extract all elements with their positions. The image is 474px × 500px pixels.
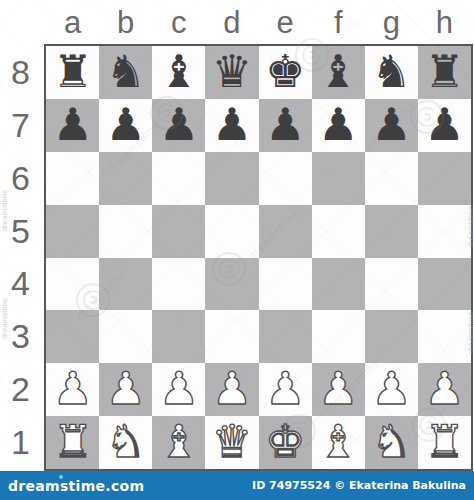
square-d6 xyxy=(205,152,258,205)
file-label-h: h xyxy=(418,2,471,44)
square-h8: ♜ xyxy=(418,46,471,99)
rank-labels: 87654321 xyxy=(0,46,41,469)
square-b1: ♞ xyxy=(99,416,152,469)
square-h5 xyxy=(418,205,471,258)
square-b4 xyxy=(99,258,152,311)
white-pawn: ♟ xyxy=(52,366,92,411)
file-labels: abcdefgh xyxy=(46,2,471,42)
white-bishop: ♝ xyxy=(318,419,358,464)
white-pawn: ♟ xyxy=(106,366,146,411)
square-g3 xyxy=(365,310,418,363)
square-d5 xyxy=(205,205,258,258)
board: ♜♞♝♛♚♝♞♜♟♟♟♟♟♟♟♟♟♟♟♟♟♟♟♟♜♞♝♛♚♝♞♜ xyxy=(44,44,473,471)
square-g5 xyxy=(365,205,418,258)
rank-label-6: 6 xyxy=(0,152,41,205)
white-pawn: ♟ xyxy=(159,366,199,411)
white-knight: ♞ xyxy=(106,419,146,464)
square-f5 xyxy=(312,205,365,258)
square-h4 xyxy=(418,258,471,311)
square-e3 xyxy=(259,310,312,363)
square-a6 xyxy=(46,152,99,205)
square-d2: ♟ xyxy=(205,363,258,416)
square-g8: ♞ xyxy=(365,46,418,99)
white-rook: ♜ xyxy=(424,419,464,464)
square-e8: ♚ xyxy=(259,46,312,99)
square-f2: ♟ xyxy=(312,363,365,416)
square-a2: ♟ xyxy=(46,363,99,416)
square-h2: ♟ xyxy=(418,363,471,416)
white-pawn: ♟ xyxy=(265,366,305,411)
dreamstime-logo-text: dreamstime.com xyxy=(8,478,144,494)
white-rook: ♜ xyxy=(52,419,92,464)
file-label-g: g xyxy=(365,2,418,44)
black-pawn: ♟ xyxy=(106,102,146,147)
square-c7: ♟ xyxy=(152,99,205,152)
black-pawn: ♟ xyxy=(424,102,464,147)
file-label-c: c xyxy=(152,2,205,44)
square-c4 xyxy=(152,258,205,311)
white-queen: ♛ xyxy=(212,419,252,464)
rank-label-8: 8 xyxy=(0,46,41,99)
square-b7: ♟ xyxy=(99,99,152,152)
white-pawn: ♟ xyxy=(212,366,252,411)
square-c5 xyxy=(152,205,205,258)
square-f6 xyxy=(312,152,365,205)
square-c1: ♝ xyxy=(152,416,205,469)
file-label-b: b xyxy=(99,2,152,44)
white-bishop: ♝ xyxy=(159,419,199,464)
image-credit: ID 74975524 © Ekaterina Bakulina xyxy=(252,479,466,492)
black-pawn: ♟ xyxy=(265,102,305,147)
black-knight: ♞ xyxy=(106,49,146,94)
square-d4 xyxy=(205,258,258,311)
white-pawn: ♟ xyxy=(318,366,358,411)
white-pawn: ♟ xyxy=(424,366,464,411)
black-pawn: ♟ xyxy=(159,102,199,147)
square-d8: ♛ xyxy=(205,46,258,99)
rank-label-1: 1 xyxy=(0,416,41,469)
square-c3 xyxy=(152,310,205,363)
file-label-e: e xyxy=(259,2,312,44)
square-g7: ♟ xyxy=(365,99,418,152)
logo-dot-icon xyxy=(59,475,63,479)
square-b6 xyxy=(99,152,152,205)
square-g4 xyxy=(365,258,418,311)
square-c6 xyxy=(152,152,205,205)
square-f1: ♝ xyxy=(312,416,365,469)
square-a1: ♜ xyxy=(46,416,99,469)
square-c2: ♟ xyxy=(152,363,205,416)
square-e6 xyxy=(259,152,312,205)
square-e4 xyxy=(259,258,312,311)
rank-label-2: 2 xyxy=(0,363,41,416)
rank-label-4: 4 xyxy=(0,258,41,311)
square-a4 xyxy=(46,258,99,311)
square-a8: ♜ xyxy=(46,46,99,99)
square-f7: ♟ xyxy=(312,99,365,152)
square-h6 xyxy=(418,152,471,205)
black-knight: ♞ xyxy=(371,49,411,94)
file-label-a: a xyxy=(46,2,99,44)
square-b5 xyxy=(99,205,152,258)
square-b3 xyxy=(99,310,152,363)
square-f4 xyxy=(312,258,365,311)
rank-label-5: 5 xyxy=(0,205,41,258)
square-g1: ♞ xyxy=(365,416,418,469)
square-b8: ♞ xyxy=(99,46,152,99)
square-h7: ♟ xyxy=(418,99,471,152)
rank-label-3: 3 xyxy=(0,310,41,363)
dreamstime-logo: dreamstime.com xyxy=(8,478,144,494)
black-pawn: ♟ xyxy=(371,102,411,147)
black-rook: ♜ xyxy=(52,49,92,94)
square-b2: ♟ xyxy=(99,363,152,416)
black-pawn: ♟ xyxy=(212,102,252,147)
square-a5 xyxy=(46,205,99,258)
square-a3 xyxy=(46,310,99,363)
square-g6 xyxy=(365,152,418,205)
square-g2: ♟ xyxy=(365,363,418,416)
file-label-f: f xyxy=(312,2,365,44)
file-label-d: d xyxy=(205,2,258,44)
square-d7: ♟ xyxy=(205,99,258,152)
square-h1: ♜ xyxy=(418,416,471,469)
black-rook: ♜ xyxy=(424,49,464,94)
square-h3 xyxy=(418,310,471,363)
square-d3 xyxy=(205,310,258,363)
square-e2: ♟ xyxy=(259,363,312,416)
square-c8: ♝ xyxy=(152,46,205,99)
black-bishop: ♝ xyxy=(159,49,199,94)
watermark-footer: dreamstime.com ID 74975524 © Ekaterina B… xyxy=(0,471,474,500)
square-a7: ♟ xyxy=(46,99,99,152)
black-bishop: ♝ xyxy=(318,49,358,94)
square-f3 xyxy=(312,310,365,363)
square-e5 xyxy=(259,205,312,258)
black-pawn: ♟ xyxy=(318,102,358,147)
square-d1: ♛ xyxy=(205,416,258,469)
white-knight: ♞ xyxy=(371,419,411,464)
square-f8: ♝ xyxy=(312,46,365,99)
black-pawn: ♟ xyxy=(52,102,92,147)
black-queen: ♛ xyxy=(212,49,252,94)
white-pawn: ♟ xyxy=(371,366,411,411)
chess-diagram: abcdefgh 87654321 ♜♞♝♛♚♝♞♜♟♟♟♟♟♟♟♟♟♟♟♟♟♟… xyxy=(0,0,474,500)
white-king: ♚ xyxy=(265,419,305,464)
square-e7: ♟ xyxy=(259,99,312,152)
black-king: ♚ xyxy=(265,49,305,94)
square-e1: ♚ xyxy=(259,416,312,469)
rank-label-7: 7 xyxy=(0,99,41,152)
